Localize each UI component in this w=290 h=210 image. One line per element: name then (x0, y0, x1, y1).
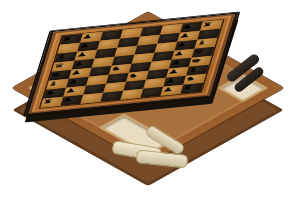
piece-black-pawn[interactable]: ♟ (181, 23, 194, 31)
piece-white-pawn[interactable]: ♟ (75, 51, 88, 59)
board-square[interactable] (100, 91, 123, 102)
piece-white-pawn[interactable]: ♟ (78, 42, 91, 50)
piece-black-bishop[interactable]: ♝ (195, 39, 208, 47)
piece-white-queen[interactable]: ♛ (52, 62, 65, 70)
piece-black-pawn[interactable]: ♟ (161, 86, 174, 94)
piece-white-bishop[interactable]: ♝ (47, 80, 60, 88)
board-square[interactable]: ♜ (180, 83, 203, 94)
piece-black-bishop[interactable]: ♝ (187, 66, 200, 74)
piece-white-pawn[interactable]: ♟ (70, 69, 83, 77)
piece-black-pawn[interactable]: ♟ (170, 59, 183, 67)
piece-white-knight[interactable]: ♞ (44, 89, 57, 97)
piece-black-queen[interactable]: ♛ (192, 48, 205, 56)
piece-black-pawn[interactable]: ♟ (172, 50, 185, 58)
chess-set-photo: ♜♟♟♜♟♟♝♟♟♝♛♟♟♛♚♟♞♟♚♝♟♞♟♝♞♟♟♞♜♟♟♜ (0, 0, 290, 210)
piece-white-rook[interactable]: ♜ (61, 35, 74, 43)
piece-black-pawn[interactable]: ♟ (167, 68, 180, 76)
piece-black-pawn[interactable]: ♟ (175, 41, 188, 49)
board-square[interactable] (140, 87, 163, 98)
board-square[interactable]: ♟ (160, 85, 183, 96)
piece-black-pawn[interactable]: ♟ (164, 77, 177, 85)
board-square[interactable] (80, 93, 103, 104)
board-square[interactable]: ♟ (60, 95, 83, 106)
piece-black-knight[interactable]: ♞ (127, 72, 140, 80)
board-grid: ♜♟♟♜♟♟♝♟♟♝♛♟♟♛♚♟♞♟♚♝♟♞♟♝♞♟♟♞♜♟♟♜ (41, 20, 223, 108)
piece-black-pawn[interactable]: ♟ (178, 32, 191, 40)
piece-white-king[interactable]: ♚ (50, 71, 63, 79)
piece-black-knight[interactable]: ♞ (184, 75, 197, 83)
piece-white-pawn[interactable]: ♟ (72, 60, 85, 68)
piece-white-bishop[interactable]: ♝ (55, 53, 68, 61)
board-square[interactable] (120, 89, 143, 100)
piece-black-rook[interactable]: ♜ (181, 84, 194, 92)
piece-black-rook[interactable]: ♜ (201, 21, 214, 29)
piece-white-rook[interactable]: ♜ (41, 98, 54, 106)
dark-checkers-stack (222, 55, 274, 97)
piece-white-pawn[interactable]: ♟ (61, 96, 74, 104)
piece-white-pawn[interactable]: ♟ (64, 87, 77, 95)
light-checkers-stack (110, 134, 194, 170)
board-square[interactable]: ♜ (41, 97, 64, 108)
piece-white-pawn[interactable]: ♟ (81, 33, 94, 41)
piece-white-pawn[interactable]: ♟ (67, 78, 80, 86)
piece-black-king[interactable]: ♚ (190, 57, 203, 65)
piece-white-knight[interactable]: ♞ (110, 65, 123, 73)
